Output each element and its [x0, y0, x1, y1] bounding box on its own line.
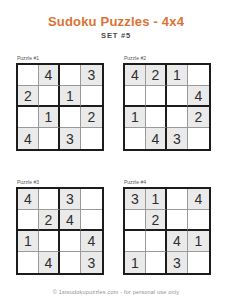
empty-cell[interactable]	[18, 252, 39, 273]
given-cell: 2	[18, 86, 39, 107]
empty-cell[interactable]	[81, 86, 102, 107]
given-cell: 1	[125, 252, 146, 273]
empty-cell[interactable]	[39, 86, 60, 107]
empty-cell[interactable]	[146, 252, 167, 273]
given-cell: 1	[188, 231, 209, 252]
puzzle-block-3: Puzzle #3 43241443	[16, 180, 106, 275]
empty-cell[interactable]	[188, 128, 209, 149]
sudoku-grid: 31424113	[123, 187, 211, 275]
given-cell: 1	[39, 107, 60, 128]
sudoku-grid: 43241443	[16, 187, 104, 275]
puzzle-label: Puzzle #1	[17, 56, 106, 61]
puzzle-label: Puzzle #3	[17, 180, 106, 185]
given-cell: 1	[146, 189, 167, 210]
given-cell: 4	[125, 65, 146, 86]
given-cell: 1	[125, 107, 146, 128]
given-cell: 2	[81, 107, 102, 128]
sudoku-grid: 43211243	[16, 63, 104, 151]
sudoku-grid: 42141243	[123, 63, 211, 151]
empty-cell[interactable]	[125, 86, 146, 107]
given-cell: 4	[18, 189, 39, 210]
empty-cell[interactable]	[81, 189, 102, 210]
given-cell: 4	[39, 252, 60, 273]
empty-cell[interactable]	[39, 128, 60, 149]
given-cell: 3	[60, 189, 81, 210]
empty-cell[interactable]	[18, 65, 39, 86]
given-cell: 2	[146, 65, 167, 86]
given-cell: 4	[188, 86, 209, 107]
given-cell: 1	[18, 231, 39, 252]
empty-cell[interactable]	[188, 65, 209, 86]
given-cell: 2	[39, 210, 60, 231]
empty-cell[interactable]	[60, 65, 81, 86]
puzzle-sheet: Sudoku Puzzles - 4x4 SET #5 Puzzle #1 43…	[0, 0, 232, 300]
empty-cell[interactable]	[146, 231, 167, 252]
given-cell: 3	[60, 128, 81, 149]
given-cell: 3	[81, 65, 102, 86]
given-cell: 2	[188, 107, 209, 128]
empty-cell[interactable]	[81, 210, 102, 231]
given-cell: 1	[60, 86, 81, 107]
puzzle-label: Puzzle #2	[124, 56, 213, 61]
puzzle-label: Puzzle #4	[124, 180, 213, 185]
puzzle-block-2: Puzzle #2 42141243	[123, 56, 213, 151]
given-cell: 3	[167, 252, 188, 273]
set-subtitle: SET #5	[0, 31, 232, 40]
empty-cell[interactable]	[18, 210, 39, 231]
empty-cell[interactable]	[18, 107, 39, 128]
given-cell: 4	[167, 231, 188, 252]
given-cell: 2	[146, 210, 167, 231]
empty-cell[interactable]	[125, 231, 146, 252]
given-cell: 3	[81, 252, 102, 273]
empty-cell[interactable]	[146, 107, 167, 128]
given-cell: 1	[167, 65, 188, 86]
given-cell: 3	[167, 128, 188, 149]
empty-cell[interactable]	[125, 210, 146, 231]
page-title: Sudoku Puzzles - 4x4	[0, 14, 232, 29]
given-cell: 4	[60, 210, 81, 231]
empty-cell[interactable]	[188, 252, 209, 273]
empty-cell[interactable]	[167, 107, 188, 128]
puzzle-block-4: Puzzle #4 31424113	[123, 180, 213, 275]
empty-cell[interactable]	[146, 86, 167, 107]
given-cell: 4	[18, 128, 39, 149]
empty-cell[interactable]	[60, 107, 81, 128]
empty-cell[interactable]	[167, 189, 188, 210]
puzzle-block-1: Puzzle #1 43211243	[16, 56, 106, 151]
empty-cell[interactable]	[188, 210, 209, 231]
footer-copyright: © 1stsudokupuzzles.com - for personal us…	[0, 289, 232, 295]
given-cell: 3	[125, 189, 146, 210]
empty-cell[interactable]	[60, 252, 81, 273]
empty-cell[interactable]	[39, 231, 60, 252]
given-cell: 4	[188, 189, 209, 210]
empty-cell[interactable]	[167, 210, 188, 231]
given-cell: 4	[39, 65, 60, 86]
given-cell: 4	[146, 128, 167, 149]
empty-cell[interactable]	[39, 189, 60, 210]
empty-cell[interactable]	[167, 86, 188, 107]
empty-cell[interactable]	[81, 128, 102, 149]
empty-cell[interactable]	[125, 128, 146, 149]
given-cell: 4	[81, 231, 102, 252]
empty-cell[interactable]	[60, 231, 81, 252]
